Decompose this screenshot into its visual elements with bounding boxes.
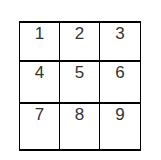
cell-r2c1[interactable]: 4 — [20, 62, 60, 104]
cell-r1c1[interactable]: 1 — [20, 23, 60, 62]
page-background: { "game": "number-grid", "position": "12… — [0, 0, 161, 160]
number-grid-board: 1 2 3 4 5 6 7 8 9 — [19, 21, 141, 151]
cell-r3c3[interactable]: 9 — [100, 104, 140, 149]
cell-r2c2[interactable]: 5 — [60, 62, 100, 104]
cell-r1c2[interactable]: 2 — [60, 23, 100, 62]
cell-r1c3[interactable]: 3 — [100, 23, 140, 62]
cell-r2c3[interactable]: 6 — [100, 62, 140, 104]
cell-r3c2[interactable]: 8 — [60, 104, 100, 149]
cell-r3c1[interactable]: 7 — [20, 104, 60, 149]
